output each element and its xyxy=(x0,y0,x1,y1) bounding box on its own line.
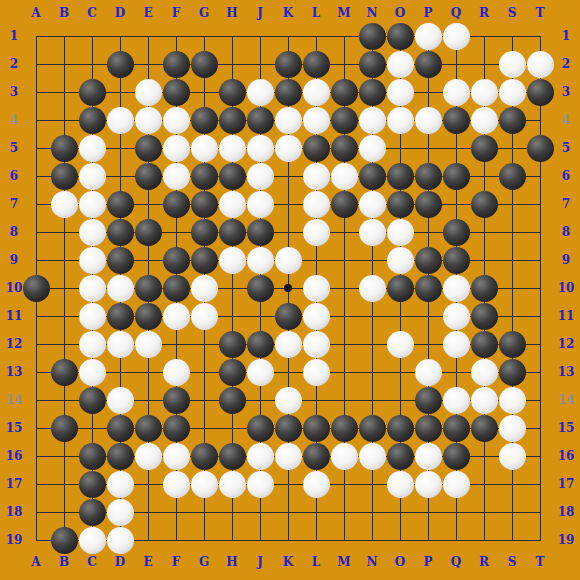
row-label-left: 4 xyxy=(0,112,28,128)
white-stone[interactable] xyxy=(79,303,106,330)
white-stone[interactable] xyxy=(303,303,330,330)
col-label-top: Q xyxy=(442,5,470,21)
row-label-right: 17 xyxy=(552,476,580,492)
black-stone[interactable] xyxy=(107,51,134,78)
black-stone[interactable] xyxy=(247,275,274,302)
white-stone[interactable] xyxy=(303,331,330,358)
row-label-left: 12 xyxy=(0,336,28,352)
white-stone[interactable] xyxy=(219,471,246,498)
row-label-left: 8 xyxy=(0,224,28,240)
white-stone[interactable] xyxy=(275,135,302,162)
col-label-bottom: M xyxy=(330,554,358,570)
black-stone[interactable] xyxy=(527,79,554,106)
row-label-right: 5 xyxy=(552,140,580,156)
black-stone[interactable] xyxy=(163,51,190,78)
col-label-bottom: A xyxy=(22,554,50,570)
col-label-bottom: S xyxy=(498,554,526,570)
white-stone[interactable] xyxy=(191,303,218,330)
white-stone[interactable] xyxy=(79,359,106,386)
white-stone[interactable] xyxy=(303,79,330,106)
white-stone[interactable] xyxy=(499,415,526,442)
black-stone[interactable] xyxy=(135,415,162,442)
row-label-left: 15 xyxy=(0,420,28,436)
row-label-left: 17 xyxy=(0,476,28,492)
black-stone[interactable] xyxy=(219,163,246,190)
col-label-top: A xyxy=(22,5,50,21)
black-stone[interactable] xyxy=(303,51,330,78)
black-stone[interactable] xyxy=(471,415,498,442)
white-stone[interactable] xyxy=(443,387,470,414)
row-label-right: 16 xyxy=(552,448,580,464)
white-stone[interactable] xyxy=(415,443,442,470)
row-label-right: 10 xyxy=(552,280,580,296)
black-stone[interactable] xyxy=(107,191,134,218)
black-stone[interactable] xyxy=(527,135,554,162)
col-label-top: B xyxy=(50,5,78,21)
white-stone[interactable] xyxy=(247,247,274,274)
black-stone[interactable] xyxy=(219,443,246,470)
black-stone[interactable] xyxy=(331,107,358,134)
row-label-left: 11 xyxy=(0,308,28,324)
white-stone[interactable] xyxy=(471,79,498,106)
white-stone[interactable] xyxy=(247,443,274,470)
white-stone[interactable] xyxy=(415,359,442,386)
black-stone[interactable] xyxy=(107,415,134,442)
white-stone[interactable] xyxy=(387,471,414,498)
black-stone[interactable] xyxy=(415,387,442,414)
col-label-bottom: R xyxy=(470,554,498,570)
col-label-top: P xyxy=(414,5,442,21)
white-stone[interactable] xyxy=(387,51,414,78)
white-stone[interactable] xyxy=(247,191,274,218)
black-stone[interactable] xyxy=(107,219,134,246)
white-stone[interactable] xyxy=(79,527,106,554)
white-stone[interactable] xyxy=(275,443,302,470)
col-label-top: N xyxy=(358,5,386,21)
white-stone[interactable] xyxy=(135,443,162,470)
black-stone[interactable] xyxy=(135,163,162,190)
white-stone[interactable] xyxy=(443,331,470,358)
row-label-left: 9 xyxy=(0,252,28,268)
row-label-right: 2 xyxy=(552,56,580,72)
black-stone[interactable] xyxy=(415,247,442,274)
white-stone[interactable] xyxy=(331,163,358,190)
black-stone[interactable] xyxy=(107,247,134,274)
black-stone[interactable] xyxy=(79,499,106,526)
white-stone[interactable] xyxy=(415,107,442,134)
black-stone[interactable] xyxy=(135,303,162,330)
col-label-bottom: G xyxy=(190,554,218,570)
white-stone[interactable] xyxy=(359,219,386,246)
black-stone[interactable] xyxy=(163,79,190,106)
col-label-top: R xyxy=(470,5,498,21)
row-label-right: 8 xyxy=(552,224,580,240)
row-label-left: 13 xyxy=(0,364,28,380)
row-label-right: 18 xyxy=(552,504,580,520)
white-stone[interactable] xyxy=(107,387,134,414)
col-label-bottom: F xyxy=(162,554,190,570)
white-stone[interactable] xyxy=(79,247,106,274)
white-stone[interactable] xyxy=(471,359,498,386)
white-stone[interactable] xyxy=(303,163,330,190)
white-stone[interactable] xyxy=(247,163,274,190)
black-stone[interactable] xyxy=(275,79,302,106)
white-stone[interactable] xyxy=(387,107,414,134)
white-stone[interactable] xyxy=(51,191,78,218)
black-stone[interactable] xyxy=(191,163,218,190)
black-stone[interactable] xyxy=(499,107,526,134)
white-stone[interactable] xyxy=(163,135,190,162)
black-stone[interactable] xyxy=(275,303,302,330)
white-stone[interactable] xyxy=(135,331,162,358)
white-stone[interactable] xyxy=(79,275,106,302)
row-label-right: 7 xyxy=(552,196,580,212)
black-stone[interactable] xyxy=(79,443,106,470)
black-stone[interactable] xyxy=(415,163,442,190)
black-stone[interactable] xyxy=(471,191,498,218)
col-label-top: H xyxy=(218,5,246,21)
row-label-left: 7 xyxy=(0,196,28,212)
white-stone[interactable] xyxy=(275,331,302,358)
white-stone[interactable] xyxy=(219,135,246,162)
black-stone[interactable] xyxy=(219,331,246,358)
col-label-bottom: O xyxy=(386,554,414,570)
white-stone[interactable] xyxy=(163,443,190,470)
black-stone[interactable] xyxy=(247,107,274,134)
row-label-right: 3 xyxy=(552,84,580,100)
black-stone[interactable] xyxy=(443,107,470,134)
col-label-top: T xyxy=(526,5,554,21)
white-stone[interactable] xyxy=(275,387,302,414)
black-stone[interactable] xyxy=(471,331,498,358)
black-stone[interactable] xyxy=(79,79,106,106)
col-label-top: O xyxy=(386,5,414,21)
row-label-left: 3 xyxy=(0,84,28,100)
black-stone[interactable] xyxy=(359,51,386,78)
black-stone[interactable] xyxy=(191,443,218,470)
white-stone[interactable] xyxy=(163,303,190,330)
black-stone[interactable] xyxy=(51,135,78,162)
white-stone[interactable] xyxy=(387,219,414,246)
black-stone[interactable] xyxy=(135,219,162,246)
white-stone[interactable] xyxy=(107,331,134,358)
black-stone[interactable] xyxy=(499,331,526,358)
black-stone[interactable] xyxy=(303,415,330,442)
black-stone[interactable] xyxy=(191,51,218,78)
col-label-top: L xyxy=(302,5,330,21)
black-stone[interactable] xyxy=(387,275,414,302)
hoshi-point xyxy=(284,284,292,292)
white-stone[interactable] xyxy=(303,471,330,498)
col-label-top: J xyxy=(246,5,274,21)
col-label-bottom: D xyxy=(106,554,134,570)
white-stone[interactable] xyxy=(359,107,386,134)
black-stone[interactable] xyxy=(471,135,498,162)
black-stone[interactable] xyxy=(247,219,274,246)
row-label-right: 19 xyxy=(552,532,580,548)
white-stone[interactable] xyxy=(247,471,274,498)
black-stone[interactable] xyxy=(163,387,190,414)
black-stone[interactable] xyxy=(331,135,358,162)
white-stone[interactable] xyxy=(415,471,442,498)
black-stone[interactable] xyxy=(387,23,414,50)
white-stone[interactable] xyxy=(107,527,134,554)
black-stone[interactable] xyxy=(23,275,50,302)
white-stone[interactable] xyxy=(191,275,218,302)
white-stone[interactable] xyxy=(107,471,134,498)
white-stone[interactable] xyxy=(135,107,162,134)
black-stone[interactable] xyxy=(191,191,218,218)
black-stone[interactable] xyxy=(415,51,442,78)
black-stone[interactable] xyxy=(163,247,190,274)
black-stone[interactable] xyxy=(443,163,470,190)
col-label-top: F xyxy=(162,5,190,21)
black-stone[interactable] xyxy=(163,415,190,442)
white-stone[interactable] xyxy=(443,23,470,50)
white-stone[interactable] xyxy=(163,163,190,190)
white-stone[interactable] xyxy=(107,107,134,134)
white-stone[interactable] xyxy=(443,471,470,498)
white-stone[interactable] xyxy=(443,275,470,302)
black-stone[interactable] xyxy=(443,219,470,246)
row-label-left: 18 xyxy=(0,504,28,520)
black-stone[interactable] xyxy=(219,107,246,134)
white-stone[interactable] xyxy=(79,331,106,358)
white-stone[interactable] xyxy=(499,79,526,106)
col-label-top: S xyxy=(498,5,526,21)
black-stone[interactable] xyxy=(219,79,246,106)
black-stone[interactable] xyxy=(359,415,386,442)
white-stone[interactable] xyxy=(387,331,414,358)
black-stone[interactable] xyxy=(51,415,78,442)
row-label-right: 4 xyxy=(552,112,580,128)
white-stone[interactable] xyxy=(79,163,106,190)
white-stone[interactable] xyxy=(443,79,470,106)
row-label-right: 14 xyxy=(552,392,580,408)
black-stone[interactable] xyxy=(275,51,302,78)
white-stone[interactable] xyxy=(303,359,330,386)
black-stone[interactable] xyxy=(191,219,218,246)
black-stone[interactable] xyxy=(331,191,358,218)
black-stone[interactable] xyxy=(219,219,246,246)
row-label-left: 6 xyxy=(0,168,28,184)
black-stone[interactable] xyxy=(415,415,442,442)
row-label-left: 14 xyxy=(0,392,28,408)
black-stone[interactable] xyxy=(191,247,218,274)
black-stone[interactable] xyxy=(79,387,106,414)
black-stone[interactable] xyxy=(359,23,386,50)
col-label-bottom: P xyxy=(414,554,442,570)
white-stone[interactable] xyxy=(275,247,302,274)
white-stone[interactable] xyxy=(303,219,330,246)
row-label-left: 16 xyxy=(0,448,28,464)
row-label-left: 1 xyxy=(0,28,28,44)
black-stone[interactable] xyxy=(443,415,470,442)
white-stone[interactable] xyxy=(415,23,442,50)
col-label-bottom: K xyxy=(274,554,302,570)
col-label-top: D xyxy=(106,5,134,21)
white-stone[interactable] xyxy=(219,247,246,274)
black-stone[interactable] xyxy=(135,135,162,162)
black-stone[interactable] xyxy=(247,331,274,358)
row-label-right: 1 xyxy=(552,28,580,44)
white-stone[interactable] xyxy=(247,359,274,386)
col-label-bottom: N xyxy=(358,554,386,570)
row-label-right: 15 xyxy=(552,420,580,436)
col-label-top: G xyxy=(190,5,218,21)
col-label-bottom: L xyxy=(302,554,330,570)
black-stone[interactable] xyxy=(51,527,78,554)
white-stone[interactable] xyxy=(499,51,526,78)
black-stone[interactable] xyxy=(331,415,358,442)
black-stone[interactable] xyxy=(107,303,134,330)
black-stone[interactable] xyxy=(51,359,78,386)
col-label-bottom: H xyxy=(218,554,246,570)
white-stone[interactable] xyxy=(303,107,330,134)
row-label-right: 12 xyxy=(552,336,580,352)
black-stone[interactable] xyxy=(107,443,134,470)
white-stone[interactable] xyxy=(163,471,190,498)
black-stone[interactable] xyxy=(415,191,442,218)
row-label-right: 11 xyxy=(552,308,580,324)
black-stone[interactable] xyxy=(219,387,246,414)
col-label-bottom: C xyxy=(78,554,106,570)
white-stone[interactable] xyxy=(303,275,330,302)
row-label-right: 9 xyxy=(552,252,580,268)
white-stone[interactable] xyxy=(499,443,526,470)
white-stone[interactable] xyxy=(107,499,134,526)
white-stone[interactable] xyxy=(387,247,414,274)
col-label-bottom: B xyxy=(50,554,78,570)
black-stone[interactable] xyxy=(79,471,106,498)
black-stone[interactable] xyxy=(219,359,246,386)
col-label-top: M xyxy=(330,5,358,21)
white-stone[interactable] xyxy=(303,191,330,218)
white-stone[interactable] xyxy=(107,275,134,302)
white-stone[interactable] xyxy=(135,79,162,106)
black-stone[interactable] xyxy=(331,79,358,106)
white-stone[interactable] xyxy=(331,443,358,470)
go-board: AABBCCDDEEFFGGHHJJKKLLMMNNOOPPQQRRSSTT11… xyxy=(0,0,580,580)
white-stone[interactable] xyxy=(387,79,414,106)
col-label-top: C xyxy=(78,5,106,21)
white-stone[interactable] xyxy=(247,79,274,106)
col-label-bottom: E xyxy=(134,554,162,570)
white-stone[interactable] xyxy=(359,191,386,218)
white-stone[interactable] xyxy=(499,387,526,414)
black-stone[interactable] xyxy=(499,163,526,190)
black-stone[interactable] xyxy=(275,415,302,442)
col-label-top: K xyxy=(274,5,302,21)
black-stone[interactable] xyxy=(51,163,78,190)
col-label-bottom: Q xyxy=(442,554,470,570)
white-stone[interactable] xyxy=(275,107,302,134)
black-stone[interactable] xyxy=(247,415,274,442)
white-stone[interactable] xyxy=(359,135,386,162)
row-label-right: 6 xyxy=(552,168,580,184)
row-label-left: 2 xyxy=(0,56,28,72)
white-stone[interactable] xyxy=(359,443,386,470)
black-stone[interactable] xyxy=(191,107,218,134)
white-stone[interactable] xyxy=(79,219,106,246)
row-label-right: 13 xyxy=(552,364,580,380)
white-stone[interactable] xyxy=(219,191,246,218)
black-stone[interactable] xyxy=(387,443,414,470)
black-stone[interactable] xyxy=(163,275,190,302)
white-stone[interactable] xyxy=(527,51,554,78)
white-stone[interactable] xyxy=(247,135,274,162)
black-stone[interactable] xyxy=(303,443,330,470)
black-stone[interactable] xyxy=(79,107,106,134)
black-stone[interactable] xyxy=(415,275,442,302)
black-stone[interactable] xyxy=(443,247,470,274)
black-stone[interactable] xyxy=(163,191,190,218)
white-stone[interactable] xyxy=(79,135,106,162)
col-label-bottom: T xyxy=(526,554,554,570)
white-stone[interactable] xyxy=(191,135,218,162)
white-stone[interactable] xyxy=(191,471,218,498)
white-stone[interactable] xyxy=(163,107,190,134)
white-stone[interactable] xyxy=(471,107,498,134)
black-stone[interactable] xyxy=(303,135,330,162)
black-stone[interactable] xyxy=(359,79,386,106)
black-stone[interactable] xyxy=(387,191,414,218)
black-stone[interactable] xyxy=(443,443,470,470)
black-stone[interactable] xyxy=(359,163,386,190)
black-stone[interactable] xyxy=(471,275,498,302)
white-stone[interactable] xyxy=(443,303,470,330)
black-stone[interactable] xyxy=(387,415,414,442)
black-stone[interactable] xyxy=(471,303,498,330)
black-stone[interactable] xyxy=(499,359,526,386)
col-label-top: E xyxy=(134,5,162,21)
row-label-left: 19 xyxy=(0,532,28,548)
col-label-bottom: J xyxy=(246,554,274,570)
white-stone[interactable] xyxy=(79,191,106,218)
white-stone[interactable] xyxy=(471,387,498,414)
black-stone[interactable] xyxy=(135,275,162,302)
row-label-left: 5 xyxy=(0,140,28,156)
white-stone[interactable] xyxy=(359,275,386,302)
white-stone[interactable] xyxy=(163,359,190,386)
black-stone[interactable] xyxy=(387,163,414,190)
